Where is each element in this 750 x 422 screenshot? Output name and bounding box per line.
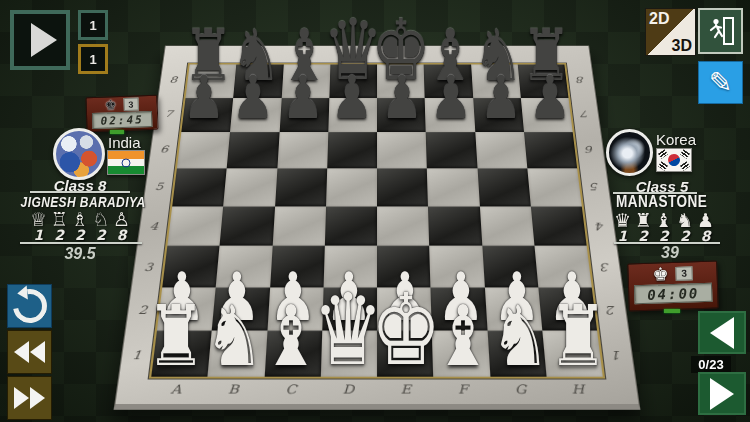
- white-clock-badge: 3: [675, 266, 692, 281]
- play-icon: [31, 23, 57, 57]
- square-e4[interactable]: [377, 206, 429, 246]
- black-country-label: India: [108, 134, 141, 151]
- square-c6[interactable]: [277, 132, 328, 168]
- forward-to-end-button[interactable]: [7, 376, 52, 420]
- square-c5[interactable]: [275, 168, 327, 206]
- queen-count: 1: [28, 227, 49, 243]
- double-left-arrow-icon: [30, 341, 45, 363]
- white-bishop-f1[interactable]: ♝: [433, 295, 493, 379]
- circular-arrow-icon: [6, 282, 53, 329]
- rank-label: 4: [587, 206, 614, 246]
- rank-label: 4: [141, 206, 168, 246]
- black-pawn-g7[interactable]: ♟: [480, 69, 522, 128]
- square-e6[interactable]: [377, 132, 427, 168]
- black-pawn-c7[interactable]: ♟: [282, 69, 324, 128]
- rewind-to-start-button[interactable]: [7, 330, 52, 374]
- undo-button[interactable]: [7, 284, 52, 328]
- bishop-count: 2: [70, 227, 91, 243]
- square-h4[interactable]: [531, 206, 587, 246]
- black-pawn-d7[interactable]: ♟: [331, 69, 373, 128]
- black-material-total: 39.5: [5, 245, 155, 263]
- white-rook-h1[interactable]: ♜: [548, 295, 608, 379]
- pencil-icon: ✎: [709, 66, 732, 99]
- double-right-arrow-icon: [30, 387, 45, 409]
- counter-top: 1: [78, 10, 108, 40]
- black-clock-badge: 3: [123, 97, 138, 111]
- divider: [20, 242, 142, 244]
- square-c4[interactable]: [272, 206, 326, 246]
- square-h6[interactable]: [524, 132, 577, 168]
- square-h5[interactable]: [527, 168, 582, 206]
- counter-bottom: 1: [78, 44, 108, 74]
- square-b5[interactable]: [223, 168, 277, 206]
- rank-label: 8: [569, 63, 593, 96]
- square-d5[interactable]: [326, 168, 377, 206]
- rank-label: 6: [577, 131, 602, 167]
- black-pawn-e7[interactable]: ♟: [381, 69, 423, 128]
- square-f5[interactable]: [427, 168, 479, 206]
- square-g5[interactable]: [477, 168, 531, 206]
- white-knight-b1[interactable]: ♞: [204, 295, 264, 379]
- black-material-counts: 12228: [28, 227, 132, 243]
- india-flag: [107, 150, 145, 175]
- square-f6[interactable]: [426, 132, 477, 168]
- rank-label: 7: [573, 97, 597, 132]
- korea-flag: [656, 148, 692, 172]
- square-b6[interactable]: [227, 132, 279, 168]
- pawn-count: 8: [111, 227, 132, 243]
- white-clock-time: 04:00: [634, 283, 713, 305]
- white-avatar: [606, 129, 653, 176]
- square-g6[interactable]: [475, 132, 527, 168]
- black-king-icon: ♚: [105, 98, 117, 111]
- square-d4[interactable]: [325, 206, 377, 246]
- white-knight-g1[interactable]: ♞: [490, 295, 550, 379]
- square-e5[interactable]: [377, 168, 428, 206]
- square-a4[interactable]: [167, 206, 223, 246]
- rank-label: 6: [152, 131, 177, 167]
- square-f4[interactable]: [428, 206, 482, 246]
- white-clock: ♚ 3 04:00: [627, 260, 719, 311]
- right-triangle-icon: [710, 378, 734, 410]
- black-pawn-f7[interactable]: ♟: [430, 69, 472, 128]
- white-rook-a1[interactable]: ♜: [146, 295, 206, 379]
- black-pawn-b7[interactable]: ♟: [232, 69, 274, 128]
- black-avatar: [53, 128, 105, 180]
- black-pawn-a7[interactable]: ♟: [183, 69, 225, 128]
- square-g4[interactable]: [479, 206, 534, 246]
- edit-button[interactable]: ✎: [698, 61, 743, 104]
- white-king-e1[interactable]: ♚: [370, 280, 441, 379]
- label-3d: 3D: [672, 37, 692, 55]
- square-a5[interactable]: [172, 168, 227, 206]
- running-man-door-icon: [706, 15, 736, 47]
- view-2d3d-toggle[interactable]: 2D 3D: [645, 8, 696, 56]
- rank-label: 7: [157, 97, 181, 132]
- black-clock: ♚ 3 02:45: [85, 95, 158, 132]
- square-a6[interactable]: [177, 132, 230, 168]
- white-country-label: Korea: [656, 131, 696, 148]
- next-move-button[interactable]: [698, 372, 746, 415]
- black-pawn-h7[interactable]: ♟: [529, 69, 571, 128]
- white-king-icon: ♚: [652, 265, 669, 284]
- rank-label: 8: [161, 63, 185, 96]
- previous-move-button[interactable]: [698, 311, 746, 354]
- play-button[interactable]: [10, 10, 70, 70]
- square-d6[interactable]: [327, 132, 377, 168]
- label-2d: 2D: [649, 10, 669, 28]
- move-counter: 0/23: [691, 356, 731, 373]
- game-screen: ABCDEFGH 87654321 87654321 ♜♞♝♛♚♝♞♜♟♟♟♟♟…: [0, 0, 750, 422]
- left-triangle-icon: [710, 317, 734, 349]
- knight-count: 2: [90, 227, 111, 243]
- black-clock-time: 02:45: [92, 111, 153, 129]
- white-material-total: 39: [600, 244, 740, 262]
- chakra-icon: [122, 158, 131, 167]
- exit-button[interactable]: [698, 8, 743, 54]
- white-turn-indicator: [664, 309, 680, 313]
- square-b4[interactable]: [220, 206, 275, 246]
- rook-count: 2: [49, 227, 70, 243]
